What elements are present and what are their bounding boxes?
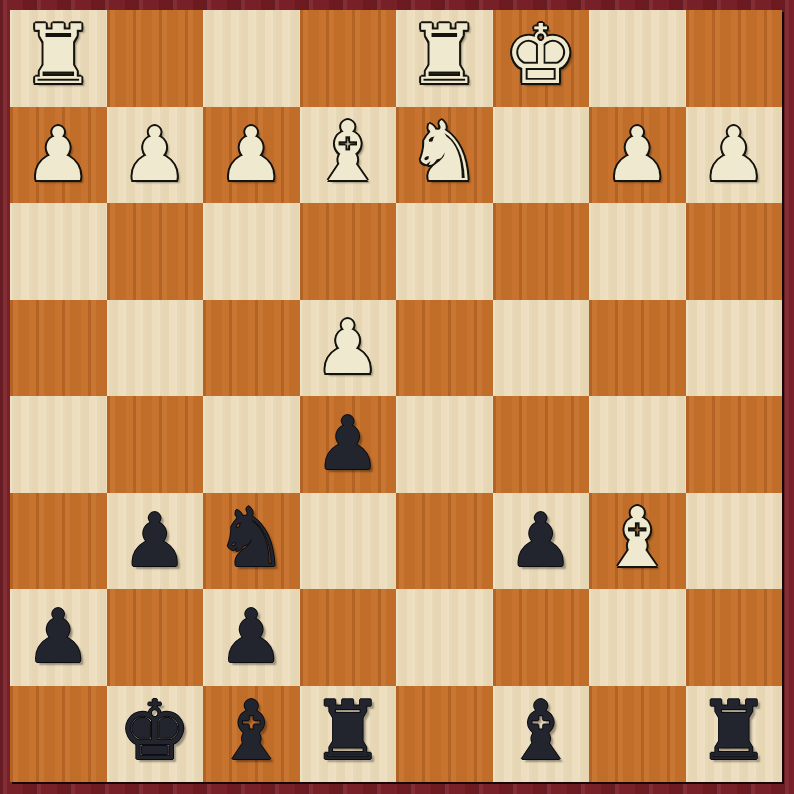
white-pawn[interactable]: ♟ bbox=[218, 117, 284, 191]
square-e5[interactable]: ♟ bbox=[300, 396, 397, 493]
white-knight[interactable]: ♞ bbox=[407, 111, 481, 193]
square-d5[interactable] bbox=[396, 396, 493, 493]
square-d3[interactable] bbox=[396, 203, 493, 300]
square-e3[interactable] bbox=[300, 203, 397, 300]
square-b6[interactable]: ♝ bbox=[589, 493, 686, 590]
black-bishop[interactable]: ♝ bbox=[504, 690, 578, 772]
black-bishop[interactable]: ♝ bbox=[214, 690, 288, 772]
black-rook[interactable]: ♜ bbox=[697, 690, 771, 772]
black-king[interactable]: ♚ bbox=[118, 690, 192, 772]
square-b4[interactable] bbox=[589, 300, 686, 397]
square-g8[interactable]: ♚ bbox=[107, 686, 204, 783]
square-h8[interactable] bbox=[10, 686, 107, 783]
square-b5[interactable] bbox=[589, 396, 686, 493]
square-f6[interactable]: ♞ bbox=[203, 493, 300, 590]
square-a5[interactable] bbox=[686, 396, 783, 493]
square-c3[interactable] bbox=[493, 203, 590, 300]
square-g2[interactable]: ♟ bbox=[107, 107, 204, 204]
square-d2[interactable]: ♞ bbox=[396, 107, 493, 204]
black-pawn[interactable]: ♟ bbox=[122, 503, 188, 577]
square-a4[interactable] bbox=[686, 300, 783, 397]
square-h7[interactable]: ♟ bbox=[10, 589, 107, 686]
square-a6[interactable] bbox=[686, 493, 783, 590]
black-knight[interactable]: ♞ bbox=[214, 497, 288, 579]
square-e7[interactable] bbox=[300, 589, 397, 686]
white-pawn[interactable]: ♟ bbox=[315, 310, 381, 384]
white-pawn[interactable]: ♟ bbox=[604, 117, 670, 191]
square-f5[interactable] bbox=[203, 396, 300, 493]
square-g1[interactable] bbox=[107, 10, 204, 107]
square-c1[interactable]: ♚ bbox=[493, 10, 590, 107]
square-c7[interactable] bbox=[493, 589, 590, 686]
square-d4[interactable] bbox=[396, 300, 493, 397]
square-a7[interactable] bbox=[686, 589, 783, 686]
square-h3[interactable] bbox=[10, 203, 107, 300]
white-king[interactable]: ♚ bbox=[504, 14, 578, 96]
square-c6[interactable]: ♟ bbox=[493, 493, 590, 590]
square-b7[interactable] bbox=[589, 589, 686, 686]
square-c2[interactable] bbox=[493, 107, 590, 204]
black-pawn[interactable]: ♟ bbox=[508, 503, 574, 577]
black-rook[interactable]: ♜ bbox=[311, 690, 385, 772]
square-f2[interactable]: ♟ bbox=[203, 107, 300, 204]
square-g5[interactable] bbox=[107, 396, 204, 493]
square-e6[interactable] bbox=[300, 493, 397, 590]
black-pawn[interactable]: ♟ bbox=[315, 406, 381, 480]
white-pawn[interactable]: ♟ bbox=[701, 117, 767, 191]
square-g7[interactable] bbox=[107, 589, 204, 686]
square-c5[interactable] bbox=[493, 396, 590, 493]
square-g6[interactable]: ♟ bbox=[107, 493, 204, 590]
square-b8[interactable] bbox=[589, 686, 686, 783]
square-f8[interactable]: ♝ bbox=[203, 686, 300, 783]
square-a1[interactable] bbox=[686, 10, 783, 107]
square-a8[interactable]: ♜ bbox=[686, 686, 783, 783]
square-h5[interactable] bbox=[10, 396, 107, 493]
white-bishop[interactable]: ♝ bbox=[600, 497, 674, 579]
square-c8[interactable]: ♝ bbox=[493, 686, 590, 783]
board-frame: ♜♜♚♟♟♟♝♞♟♟♟♟♟♞♟♝♟♟♚♝♜♝♜ bbox=[0, 0, 794, 794]
square-c4[interactable] bbox=[493, 300, 590, 397]
white-rook[interactable]: ♜ bbox=[407, 14, 481, 96]
square-d6[interactable] bbox=[396, 493, 493, 590]
white-bishop[interactable]: ♝ bbox=[311, 111, 385, 193]
square-e1[interactable] bbox=[300, 10, 397, 107]
square-h2[interactable]: ♟ bbox=[10, 107, 107, 204]
square-d8[interactable] bbox=[396, 686, 493, 783]
square-e2[interactable]: ♝ bbox=[300, 107, 397, 204]
square-g4[interactable] bbox=[107, 300, 204, 397]
square-f4[interactable] bbox=[203, 300, 300, 397]
square-b1[interactable] bbox=[589, 10, 686, 107]
square-b2[interactable]: ♟ bbox=[589, 107, 686, 204]
square-f1[interactable] bbox=[203, 10, 300, 107]
white-pawn[interactable]: ♟ bbox=[25, 117, 91, 191]
square-e4[interactable]: ♟ bbox=[300, 300, 397, 397]
square-d1[interactable]: ♜ bbox=[396, 10, 493, 107]
square-a2[interactable]: ♟ bbox=[686, 107, 783, 204]
square-g3[interactable] bbox=[107, 203, 204, 300]
white-pawn[interactable]: ♟ bbox=[122, 117, 188, 191]
square-a3[interactable] bbox=[686, 203, 783, 300]
square-h6[interactable] bbox=[10, 493, 107, 590]
square-d7[interactable] bbox=[396, 589, 493, 686]
square-h4[interactable] bbox=[10, 300, 107, 397]
square-h1[interactable]: ♜ bbox=[10, 10, 107, 107]
black-pawn[interactable]: ♟ bbox=[218, 599, 284, 673]
square-e8[interactable]: ♜ bbox=[300, 686, 397, 783]
chess-board: ♜♜♚♟♟♟♝♞♟♟♟♟♟♞♟♝♟♟♚♝♜♝♜ bbox=[10, 10, 782, 782]
black-pawn[interactable]: ♟ bbox=[25, 599, 91, 673]
square-b3[interactable] bbox=[589, 203, 686, 300]
white-rook[interactable]: ♜ bbox=[21, 14, 95, 96]
square-f3[interactable] bbox=[203, 203, 300, 300]
square-f7[interactable]: ♟ bbox=[203, 589, 300, 686]
